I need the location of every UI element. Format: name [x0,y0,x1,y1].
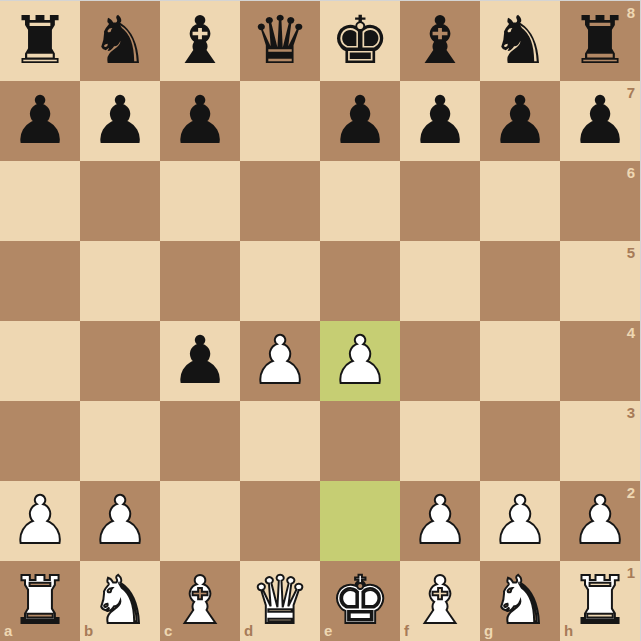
white-pawn[interactable]: ♟ [240,321,320,401]
square-e4[interactable]: ♟ [320,321,400,401]
square-a2[interactable]: ♟ [0,481,80,561]
square-h1[interactable]: ♜h1 [560,561,640,641]
square-f5[interactable] [400,241,480,321]
black-pawn[interactable]: ♟ [160,321,240,401]
white-knight[interactable]: ♞ [80,561,160,641]
chess-board: ♜♞♝♛♚♝♞♜8♟♟♟♟♟♟♟765♟♟♟43♟♟♟♟♟2♜a♞b♝c♛d♚e… [0,1,640,641]
square-c6[interactable] [160,161,240,241]
square-a8[interactable]: ♜ [0,1,80,81]
square-e5[interactable] [320,241,400,321]
square-e6[interactable] [320,161,400,241]
square-c4[interactable]: ♟ [160,321,240,401]
square-g7[interactable]: ♟ [480,81,560,161]
square-f2[interactable]: ♟ [400,481,480,561]
square-d1[interactable]: ♛d [240,561,320,641]
square-e8[interactable]: ♚ [320,1,400,81]
square-d2[interactable] [240,481,320,561]
black-rook[interactable]: ♜ [560,1,640,81]
black-pawn[interactable]: ♟ [560,81,640,161]
square-d6[interactable] [240,161,320,241]
square-h2[interactable]: ♟2 [560,481,640,561]
square-e1[interactable]: ♚e [320,561,400,641]
square-b6[interactable] [80,161,160,241]
white-rook[interactable]: ♜ [0,561,80,641]
square-h6[interactable]: 6 [560,161,640,241]
square-a1[interactable]: ♜a [0,561,80,641]
square-f7[interactable]: ♟ [400,81,480,161]
square-d8[interactable]: ♛ [240,1,320,81]
black-pawn[interactable]: ♟ [480,81,560,161]
square-d7[interactable] [240,81,320,161]
white-bishop[interactable]: ♝ [400,561,480,641]
black-pawn[interactable]: ♟ [320,81,400,161]
black-pawn[interactable]: ♟ [0,81,80,161]
black-bishop[interactable]: ♝ [160,1,240,81]
square-f3[interactable] [400,401,480,481]
white-knight[interactable]: ♞ [480,561,560,641]
square-b1[interactable]: ♞b [80,561,160,641]
square-d4[interactable]: ♟ [240,321,320,401]
square-g2[interactable]: ♟ [480,481,560,561]
square-a6[interactable] [0,161,80,241]
square-b2[interactable]: ♟ [80,481,160,561]
coord-rank-5: 5 [627,245,635,260]
black-pawn[interactable]: ♟ [160,81,240,161]
white-queen[interactable]: ♛ [240,561,320,641]
square-e7[interactable]: ♟ [320,81,400,161]
square-b5[interactable] [80,241,160,321]
square-e3[interactable] [320,401,400,481]
square-b8[interactable]: ♞ [80,1,160,81]
square-h5[interactable]: 5 [560,241,640,321]
white-king[interactable]: ♚ [320,561,400,641]
square-h7[interactable]: ♟7 [560,81,640,161]
square-g6[interactable] [480,161,560,241]
square-g5[interactable] [480,241,560,321]
square-h4[interactable]: 4 [560,321,640,401]
square-c5[interactable] [160,241,240,321]
square-g4[interactable] [480,321,560,401]
square-d5[interactable] [240,241,320,321]
square-c3[interactable] [160,401,240,481]
square-c1[interactable]: ♝c [160,561,240,641]
white-rook[interactable]: ♜ [560,561,640,641]
square-d3[interactable] [240,401,320,481]
white-pawn[interactable]: ♟ [0,481,80,561]
square-f6[interactable] [400,161,480,241]
white-pawn[interactable]: ♟ [480,481,560,561]
square-a3[interactable] [0,401,80,481]
square-e2[interactable] [320,481,400,561]
square-a5[interactable] [0,241,80,321]
coord-rank-6: 6 [627,165,635,180]
square-h3[interactable]: 3 [560,401,640,481]
square-b7[interactable]: ♟ [80,81,160,161]
square-b4[interactable] [80,321,160,401]
square-h8[interactable]: ♜8 [560,1,640,81]
white-pawn[interactable]: ♟ [80,481,160,561]
black-pawn[interactable]: ♟ [400,81,480,161]
white-pawn[interactable]: ♟ [320,321,400,401]
black-queen[interactable]: ♛ [240,1,320,81]
square-f4[interactable] [400,321,480,401]
white-pawn[interactable]: ♟ [560,481,640,561]
square-a7[interactable]: ♟ [0,81,80,161]
black-knight[interactable]: ♞ [80,1,160,81]
white-bishop[interactable]: ♝ [160,561,240,641]
square-c2[interactable] [160,481,240,561]
black-pawn[interactable]: ♟ [80,81,160,161]
square-f8[interactable]: ♝ [400,1,480,81]
black-rook[interactable]: ♜ [0,1,80,81]
black-king[interactable]: ♚ [320,1,400,81]
black-bishop[interactable]: ♝ [400,1,480,81]
square-g3[interactable] [480,401,560,481]
square-g1[interactable]: ♞g [480,561,560,641]
square-a4[interactable] [0,321,80,401]
white-pawn[interactable]: ♟ [400,481,480,561]
square-f1[interactable]: ♝f [400,561,480,641]
square-c7[interactable]: ♟ [160,81,240,161]
square-g8[interactable]: ♞ [480,1,560,81]
square-b3[interactable] [80,401,160,481]
coord-rank-3: 3 [627,405,635,420]
square-c8[interactable]: ♝ [160,1,240,81]
black-knight[interactable]: ♞ [480,1,560,81]
chess-app-page: ♜♞♝♛♚♝♞♜8♟♟♟♟♟♟♟765♟♟♟43♟♟♟♟♟2♜a♞b♝c♛d♚e… [0,0,641,641]
coord-rank-4: 4 [627,325,635,340]
